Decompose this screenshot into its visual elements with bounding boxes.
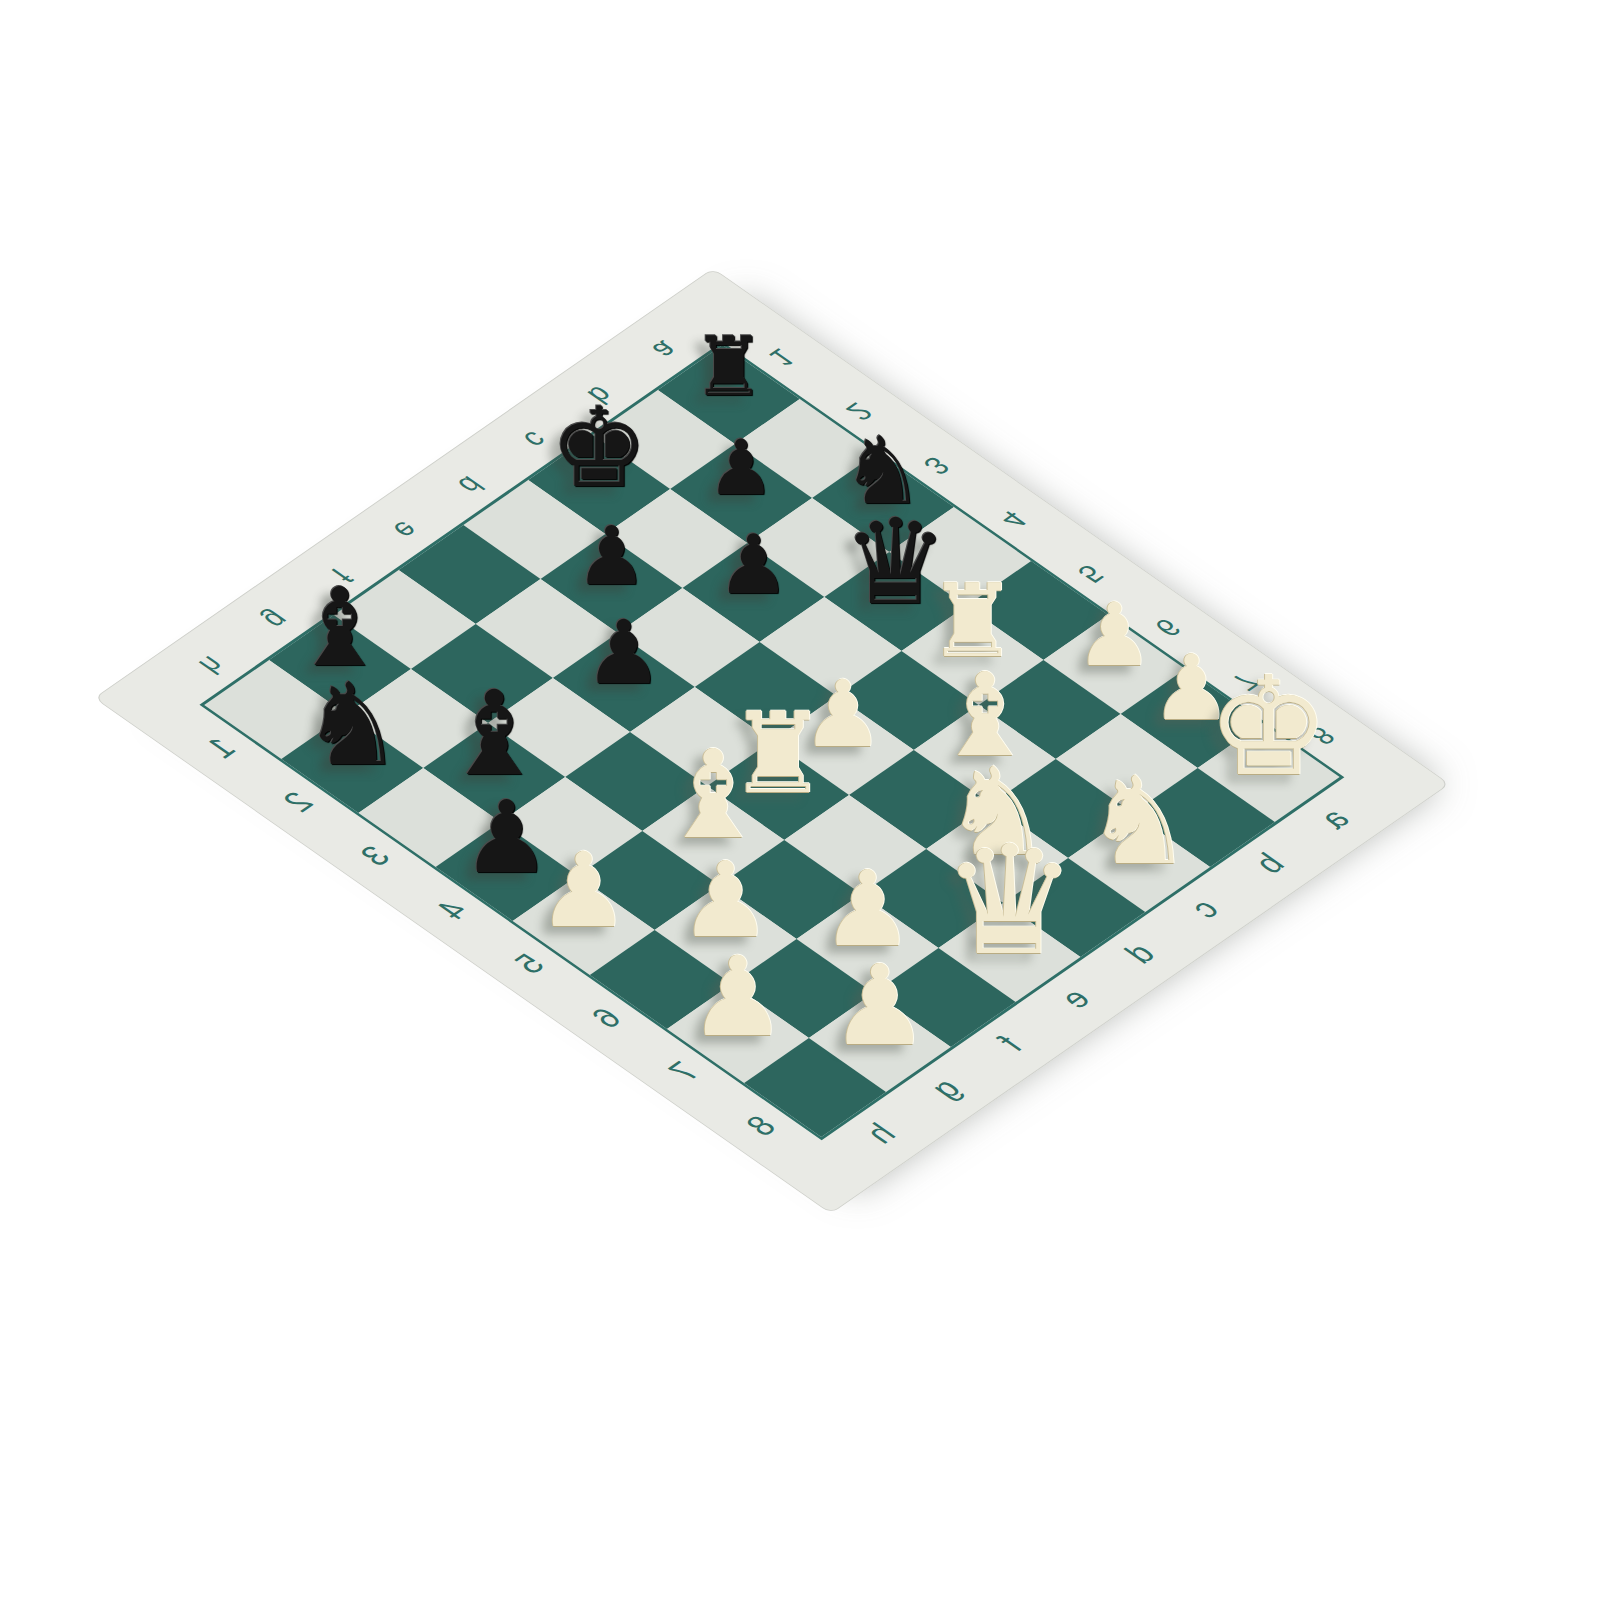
file-label-near-b: b [1237,841,1300,885]
black-pawn-c3: ♟ [717,524,791,606]
file-label-near-h: h [849,1111,912,1155]
white-king-a8: ♚ [1207,657,1330,794]
file-label-near-f: f [978,1021,1041,1065]
file-label-near-g: g [913,1066,976,1110]
black-bishop-g3: ♝ [442,674,547,791]
black-pawn-b2: ♟ [707,430,775,506]
black-rook-a1: ♜ [692,326,766,408]
white-pawn-h5: ♟ [538,839,630,942]
white-bishop-f5: ♝ [659,733,768,855]
file-label-far-h: h [180,643,243,687]
black-pawn-d2: ♟ [575,515,648,596]
white-pawn-g8: ♟ [830,949,930,1060]
file-label-near-c: c [1173,886,1236,930]
white-pawn-a6: ♟ [1075,591,1153,678]
file-label-far-a: a [634,328,697,372]
file-label-near-d: d [1108,931,1171,975]
file-label-far-e: e [375,508,438,552]
file-label-far-d: d [439,463,502,507]
black-king-c1: ♚ [550,392,649,502]
chess-photo-scene: aabbccddeeffgghh1122334455667788 ♜♚♟♞♟♟♛… [0,0,1601,1601]
white-knight-c8: ♞ [1085,761,1193,882]
white-pawn-h7: ♟ [689,941,788,1051]
black-knight-h2: ♞ [301,668,403,782]
black-pawn-e3: ♟ [584,609,663,697]
white-queen-e8: ♛ [942,826,1077,977]
